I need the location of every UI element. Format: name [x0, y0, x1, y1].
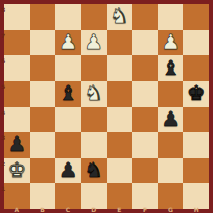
- square-c3[interactable]: [55, 132, 81, 158]
- square-h5[interactable]: ♚: [183, 81, 209, 107]
- square-h7[interactable]: [183, 30, 209, 56]
- file-label-f: F: [132, 206, 158, 213]
- black-king-h5[interactable]: ♚: [187, 81, 206, 106]
- square-e6[interactable]: [107, 55, 133, 81]
- square-h2[interactable]: [183, 158, 209, 184]
- white-pawn-c7[interactable]: ♟: [59, 30, 78, 55]
- black-pawn-c2[interactable]: ♟: [59, 158, 78, 183]
- square-b6[interactable]: [30, 55, 56, 81]
- square-d5[interactable]: ♞: [81, 81, 107, 107]
- square-b3[interactable]: [30, 132, 56, 158]
- white-knight-d5[interactable]: ♞: [84, 81, 103, 106]
- white-pawn-d7[interactable]: ♟: [84, 30, 103, 55]
- square-d2[interactable]: ♞: [81, 158, 107, 184]
- square-f6[interactable]: [132, 55, 158, 81]
- square-b7[interactable]: [30, 30, 56, 56]
- square-e5[interactable]: [107, 81, 133, 107]
- square-h3[interactable]: [183, 132, 209, 158]
- square-f7[interactable]: [132, 30, 158, 56]
- black-knight-d2[interactable]: ♞: [84, 158, 103, 183]
- square-d7[interactable]: ♟: [81, 30, 107, 56]
- white-king-a2[interactable]: ♚: [7, 158, 26, 183]
- square-g4[interactable]: ♟: [158, 107, 184, 133]
- square-c2[interactable]: ♟: [55, 158, 81, 184]
- rank-label-2: 2: [1, 160, 9, 167]
- white-pawn-g7[interactable]: ♟: [161, 30, 180, 55]
- square-f4[interactable]: [132, 107, 158, 133]
- file-label-d: D: [81, 206, 107, 213]
- square-c4[interactable]: [55, 107, 81, 133]
- file-label-a: A: [4, 206, 30, 213]
- chess-board-frame: ♞♟♟♟♝♝♞♚♟♟♚♟♞ 87654321ABCDEFGH: [0, 0, 213, 213]
- rank-label-5: 5: [1, 83, 9, 90]
- square-b2[interactable]: [30, 158, 56, 184]
- square-b4[interactable]: [30, 107, 56, 133]
- rank-label-8: 8: [1, 6, 9, 13]
- square-g8[interactable]: [158, 4, 184, 30]
- square-d4[interactable]: [81, 107, 107, 133]
- square-c6[interactable]: [55, 55, 81, 81]
- square-e8[interactable]: ♞: [107, 4, 133, 30]
- square-e3[interactable]: [107, 132, 133, 158]
- file-label-c: C: [55, 206, 81, 213]
- square-g2[interactable]: [158, 158, 184, 184]
- square-e2[interactable]: [107, 158, 133, 184]
- black-bishop-g6[interactable]: ♝: [161, 56, 180, 81]
- square-f2[interactable]: [132, 158, 158, 184]
- square-h8[interactable]: [183, 4, 209, 30]
- square-d8[interactable]: [81, 4, 107, 30]
- square-b5[interactable]: [30, 81, 56, 107]
- file-label-g: G: [158, 206, 184, 213]
- square-f8[interactable]: [132, 4, 158, 30]
- square-g6[interactable]: ♝: [158, 55, 184, 81]
- square-h6[interactable]: [183, 55, 209, 81]
- square-g5[interactable]: [158, 81, 184, 107]
- black-pawn-g4[interactable]: ♟: [161, 107, 180, 132]
- file-label-h: H: [183, 206, 209, 213]
- rank-label-7: 7: [1, 32, 9, 39]
- black-pawn-a3[interactable]: ♟: [7, 132, 26, 157]
- square-c5[interactable]: ♝: [55, 81, 81, 107]
- square-f5[interactable]: [132, 81, 158, 107]
- square-f3[interactable]: [132, 132, 158, 158]
- rank-label-3: 3: [1, 134, 9, 141]
- white-knight-e8[interactable]: ♞: [110, 4, 129, 29]
- black-bishop-c5[interactable]: ♝: [59, 81, 78, 106]
- chess-board: ♞♟♟♟♝♝♞♚♟♟♚♟♞: [4, 4, 209, 209]
- square-b8[interactable]: [30, 4, 56, 30]
- square-h4[interactable]: [183, 107, 209, 133]
- square-g3[interactable]: [158, 132, 184, 158]
- file-label-b: B: [30, 206, 56, 213]
- square-g7[interactable]: ♟: [158, 30, 184, 56]
- square-c8[interactable]: [55, 4, 81, 30]
- square-e7[interactable]: [107, 30, 133, 56]
- rank-label-4: 4: [1, 109, 9, 116]
- square-d6[interactable]: [81, 55, 107, 81]
- square-e4[interactable]: [107, 107, 133, 133]
- square-c7[interactable]: ♟: [55, 30, 81, 56]
- file-label-e: E: [107, 206, 133, 213]
- rank-label-1: 1: [1, 185, 9, 192]
- rank-label-6: 6: [1, 57, 9, 64]
- square-d3[interactable]: [81, 132, 107, 158]
